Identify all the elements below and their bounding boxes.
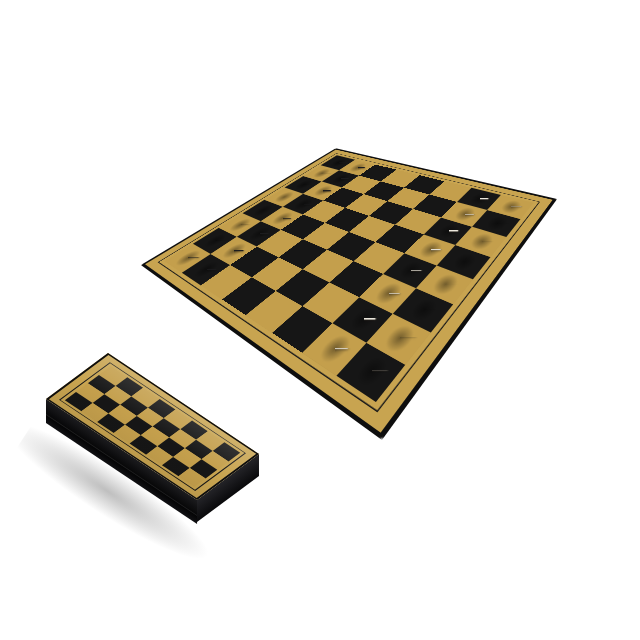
chess-board: ♜♞♝♛♚♝♞♜♟♟♟♟♟♟♟♟♟♟♟♟♟♟♟♟♜♞♝♛♚♝♞♜ xyxy=(141,148,557,440)
board-squares: ♜♞♝♛♚♝♞♜♟♟♟♟♟♟♟♟♟♟♟♟♟♟♟♟♜♞♝♛♚♝♞♜ xyxy=(165,155,534,402)
product-photo: ♜♞♝♛♚♝♞♜♟♟♟♟♟♟♟♟♟♟♟♟♟♟♟♟♜♞♝♛♚♝♞♜ xyxy=(0,0,640,640)
